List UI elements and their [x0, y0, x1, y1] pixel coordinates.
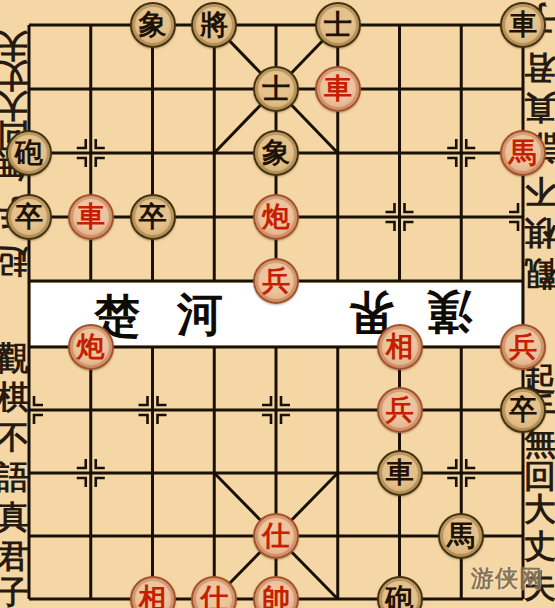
piece-black-elephant[interactable]: 象	[130, 2, 176, 48]
piece-black-soldier[interactable]: 卒	[6, 194, 52, 240]
piece-red-cannon[interactable]: 炮	[253, 194, 299, 240]
piece-red-soldier[interactable]: 兵	[377, 387, 423, 433]
piece-red-general[interactable]: 帥	[253, 576, 299, 608]
piece-black-soldier[interactable]: 卒	[500, 387, 546, 433]
piece-black-advisor[interactable]: 士	[253, 66, 299, 112]
piece-red-chariot[interactable]: 車	[68, 194, 114, 240]
site-watermark: 游侠网	[471, 563, 543, 594]
piece-black-cannon[interactable]: 砲	[6, 130, 52, 176]
piece-red-advisor[interactable]: 仕	[191, 576, 237, 608]
piece-red-elephant[interactable]: 相	[377, 324, 423, 370]
piece-red-elephant[interactable]: 相	[130, 576, 176, 608]
board: 象將士車士車砲象馬卒車卒炮兵炮相兵兵卒車仕馬相仕帥砲	[0, 0, 555, 608]
piece-black-chariot[interactable]: 車	[500, 2, 546, 48]
piece-red-horse[interactable]: 馬	[500, 130, 546, 176]
piece-black-soldier[interactable]: 卒	[130, 194, 176, 240]
piece-black-elephant[interactable]: 象	[253, 130, 299, 176]
piece-black-cannon[interactable]: 砲	[377, 576, 423, 608]
piece-red-soldier[interactable]: 兵	[253, 258, 299, 304]
piece-black-advisor[interactable]: 士	[315, 2, 361, 48]
piece-black-general[interactable]: 將	[191, 2, 237, 48]
xiangqi-screenshot: 夫丈大回無手起觀棋不語真君子子君真語不棋觀起手無回大丈夫 楚河漢界 象將士車士車…	[0, 0, 555, 608]
piece-red-soldier[interactable]: 兵	[500, 324, 546, 370]
piece-black-horse[interactable]: 馬	[438, 513, 484, 559]
piece-red-cannon[interactable]: 炮	[68, 324, 114, 370]
piece-red-advisor[interactable]: 仕	[253, 513, 299, 559]
piece-red-chariot[interactable]: 車	[315, 66, 361, 112]
piece-black-chariot[interactable]: 車	[377, 450, 423, 496]
